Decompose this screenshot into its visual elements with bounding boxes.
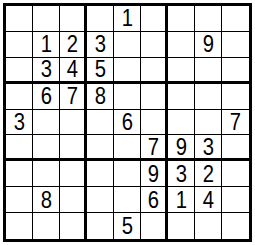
given-digit: 6 — [40, 84, 51, 108]
given-digit: 5 — [121, 214, 132, 238]
cell-r4c9[interactable] — [222, 84, 249, 110]
cell-r8c6[interactable]: 6 — [141, 187, 168, 213]
cell-r7c5[interactable] — [114, 161, 141, 187]
cell-r4c8[interactable] — [195, 84, 222, 110]
cell-r8c7[interactable]: 1 — [168, 187, 195, 213]
given-digit: 3 — [175, 162, 186, 186]
cell-r5c7[interactable] — [168, 110, 195, 136]
given-digit: 7 — [230, 110, 241, 134]
cell-r5c1[interactable]: 3 — [6, 110, 33, 136]
given-digit: 4 — [202, 188, 213, 212]
given-digit: 9 — [147, 162, 158, 186]
given-digit: 2 — [66, 32, 77, 56]
cell-r5c8[interactable] — [195, 110, 222, 136]
cell-r8c3[interactable] — [60, 187, 87, 213]
given-digit: 3 — [202, 135, 213, 158]
cell-r9c3[interactable] — [60, 213, 87, 239]
cell-r1c8[interactable] — [195, 6, 222, 32]
given-digit: 8 — [40, 188, 51, 212]
given-digit: 6 — [147, 188, 158, 212]
cell-r4c2[interactable]: 6 — [33, 84, 60, 110]
cell-r1c3[interactable] — [60, 6, 87, 32]
cell-r1c6[interactable] — [141, 6, 168, 32]
cell-r6c7[interactable]: 9 — [168, 135, 195, 161]
given-digit: 5 — [94, 58, 105, 81]
cell-r7c8[interactable]: 2 — [195, 161, 222, 187]
cell-r7c6[interactable]: 9 — [141, 161, 168, 187]
cell-r2c5[interactable] — [114, 32, 141, 58]
cell-r2c7[interactable] — [168, 32, 195, 58]
cell-r1c9[interactable] — [222, 6, 249, 32]
cell-r8c4[interactable] — [87, 187, 114, 213]
cell-r3c2[interactable]: 3 — [33, 58, 60, 84]
cell-r3c4[interactable]: 5 — [87, 58, 114, 84]
given-digit: 8 — [94, 84, 105, 108]
cell-r9c1[interactable] — [6, 213, 33, 239]
cell-r3c9[interactable] — [222, 58, 249, 84]
cell-r2c1[interactable] — [6, 32, 33, 58]
cell-r5c4[interactable] — [87, 110, 114, 136]
cell-r9c5[interactable]: 5 — [114, 213, 141, 239]
cell-r7c9[interactable] — [222, 161, 249, 187]
cell-r8c8[interactable]: 4 — [195, 187, 222, 213]
cell-r6c1[interactable] — [6, 135, 33, 161]
cell-r7c7[interactable]: 3 — [168, 161, 195, 187]
cell-r2c4[interactable]: 3 — [87, 32, 114, 58]
given-digit: 1 — [40, 32, 51, 56]
cell-r9c2[interactable] — [33, 213, 60, 239]
cell-r6c8[interactable]: 3 — [195, 135, 222, 161]
cell-r1c7[interactable] — [168, 6, 195, 32]
given-digit: 9 — [202, 32, 213, 56]
cell-r2c6[interactable] — [141, 32, 168, 58]
given-digit: 1 — [121, 6, 132, 30]
cell-r3c6[interactable] — [141, 58, 168, 84]
cell-r8c1[interactable] — [6, 187, 33, 213]
given-digit: 3 — [13, 110, 24, 134]
given-digit: 2 — [202, 162, 213, 186]
cell-r9c8[interactable] — [195, 213, 222, 239]
cell-r1c4[interactable] — [87, 6, 114, 32]
cell-r2c2[interactable]: 1 — [33, 32, 60, 58]
cell-r3c3[interactable]: 4 — [60, 58, 87, 84]
given-digit: 7 — [147, 135, 158, 158]
cell-r4c6[interactable] — [141, 84, 168, 110]
given-digit: 1 — [175, 188, 186, 212]
cell-r4c3[interactable]: 7 — [60, 84, 87, 110]
given-digit: 6 — [121, 110, 132, 134]
cell-r6c4[interactable] — [87, 135, 114, 161]
cell-r5c2[interactable] — [33, 110, 60, 136]
cell-r9c4[interactable] — [87, 213, 114, 239]
cell-r1c5[interactable]: 1 — [114, 6, 141, 32]
cell-r6c3[interactable] — [60, 135, 87, 161]
cell-r1c2[interactable] — [33, 6, 60, 32]
cell-r9c7[interactable] — [168, 213, 195, 239]
cell-r7c3[interactable] — [60, 161, 87, 187]
cell-r8c2[interactable]: 8 — [33, 187, 60, 213]
cell-r7c2[interactable] — [33, 161, 60, 187]
given-digit: 4 — [66, 58, 77, 81]
cell-r5c6[interactable] — [141, 110, 168, 136]
cell-r5c3[interactable] — [60, 110, 87, 136]
sudoku-board: 1123934567836779393286145 — [3, 3, 252, 242]
cell-r4c1[interactable] — [6, 84, 33, 110]
cell-r3c7[interactable] — [168, 58, 195, 84]
given-digit: 7 — [66, 84, 77, 108]
cell-r5c5[interactable]: 6 — [114, 110, 141, 136]
cell-r8c5[interactable] — [114, 187, 141, 213]
cell-r9c9[interactable] — [222, 213, 249, 239]
cell-r3c8[interactable] — [195, 58, 222, 84]
cell-r5c9[interactable]: 7 — [222, 110, 249, 136]
cell-r6c2[interactable] — [33, 135, 60, 161]
cell-r4c5[interactable] — [114, 84, 141, 110]
cell-r2c3[interactable]: 2 — [60, 32, 87, 58]
cell-r7c4[interactable] — [87, 161, 114, 187]
cell-r3c1[interactable] — [6, 58, 33, 84]
cell-r8c9[interactable] — [222, 187, 249, 213]
cell-r6c5[interactable] — [114, 135, 141, 161]
cell-r9c6[interactable] — [141, 213, 168, 239]
cell-r4c4[interactable]: 8 — [87, 84, 114, 110]
given-digit: 9 — [175, 135, 186, 158]
cell-r4c7[interactable] — [168, 84, 195, 110]
given-digit: 3 — [94, 32, 105, 56]
cell-r7c1[interactable] — [6, 161, 33, 187]
cell-r2c9[interactable] — [222, 32, 249, 58]
cell-r2c8[interactable]: 9 — [195, 32, 222, 58]
given-digit: 3 — [40, 58, 51, 81]
cell-r1c1[interactable] — [6, 6, 33, 32]
cell-r6c6[interactable]: 7 — [141, 135, 168, 161]
cell-r3c5[interactable] — [114, 58, 141, 84]
cell-r6c9[interactable] — [222, 135, 249, 161]
